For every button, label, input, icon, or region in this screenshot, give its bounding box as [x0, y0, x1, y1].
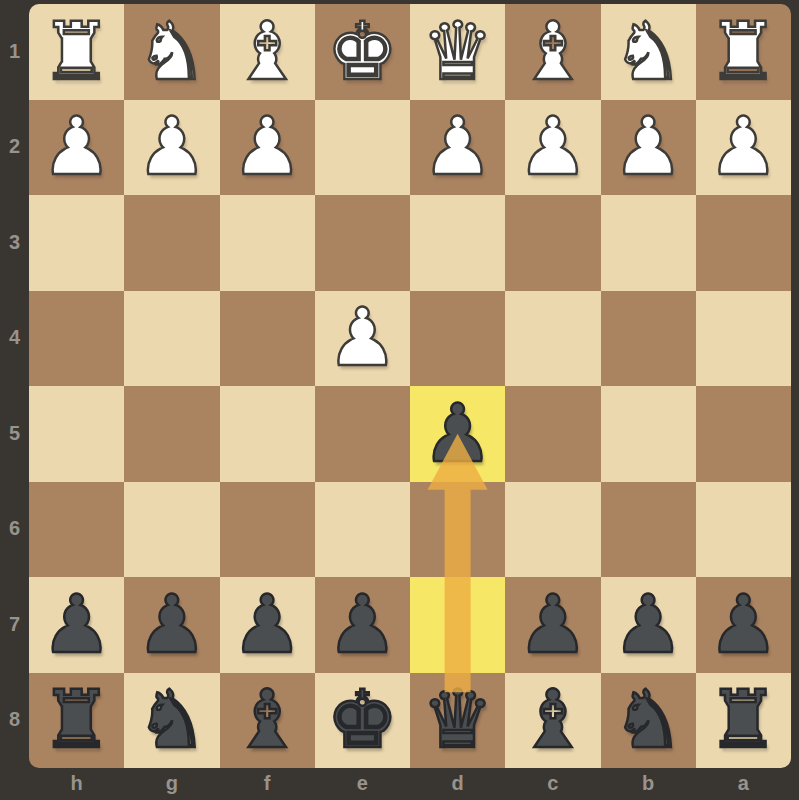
- square-d4[interactable]: [410, 291, 505, 387]
- square-d7[interactable]: [410, 577, 505, 673]
- square-h8[interactable]: ♜: [29, 673, 124, 769]
- rank-label-6: 6: [0, 517, 29, 540]
- square-c1[interactable]: ♝: [505, 4, 600, 100]
- rank-label-8: 8: [0, 708, 29, 731]
- square-g4[interactable]: [124, 291, 219, 387]
- square-g5[interactable]: [124, 386, 219, 482]
- square-b6[interactable]: [601, 482, 696, 578]
- square-a5[interactable]: [696, 386, 791, 482]
- square-h7[interactable]: ♟: [29, 577, 124, 673]
- square-b7[interactable]: ♟: [601, 577, 696, 673]
- white-rook[interactable]: ♜: [696, 4, 791, 100]
- square-g1[interactable]: ♞: [124, 4, 219, 100]
- white-pawn[interactable]: ♟: [410, 100, 505, 196]
- square-b3[interactable]: [601, 195, 696, 291]
- file-label-d: d: [438, 772, 478, 795]
- square-h3[interactable]: [29, 195, 124, 291]
- square-a8[interactable]: ♜: [696, 673, 791, 769]
- square-c6[interactable]: [505, 482, 600, 578]
- square-b1[interactable]: ♞: [601, 4, 696, 100]
- square-e1[interactable]: ♚: [315, 4, 410, 100]
- square-a4[interactable]: [696, 291, 791, 387]
- white-pawn[interactable]: ♟: [601, 100, 696, 196]
- square-h6[interactable]: [29, 482, 124, 578]
- square-e8[interactable]: ♚: [315, 673, 410, 769]
- square-d2[interactable]: ♟: [410, 100, 505, 196]
- square-h4[interactable]: [29, 291, 124, 387]
- square-g2[interactable]: ♟: [124, 100, 219, 196]
- square-f8[interactable]: ♝: [220, 673, 315, 769]
- black-pawn[interactable]: ♟: [124, 577, 219, 673]
- square-f6[interactable]: [220, 482, 315, 578]
- file-label-f: f: [247, 772, 287, 795]
- file-label-a: a: [723, 772, 763, 795]
- square-e4[interactable]: ♟: [315, 291, 410, 387]
- square-f7[interactable]: ♟: [220, 577, 315, 673]
- square-c3[interactable]: [505, 195, 600, 291]
- file-label-e: e: [342, 772, 382, 795]
- chess-board: ♜♞♝♚♛♝♞♜♟♟♟♟♟♟♟♟♟♟♟♟♟♟♟♟♜♞♝♚♛♝♞♜: [29, 4, 791, 768]
- white-knight[interactable]: ♞: [124, 4, 219, 100]
- white-pawn[interactable]: ♟: [29, 100, 124, 196]
- black-pawn[interactable]: ♟: [29, 577, 124, 673]
- file-label-g: g: [152, 772, 192, 795]
- square-d1[interactable]: ♛: [410, 4, 505, 100]
- rank-label-2: 2: [0, 135, 29, 158]
- white-king[interactable]: ♚: [315, 4, 410, 100]
- black-pawn[interactable]: ♟: [220, 577, 315, 673]
- square-e5[interactable]: [315, 386, 410, 482]
- black-rook[interactable]: ♜: [696, 673, 791, 769]
- black-bishop[interactable]: ♝: [220, 673, 315, 769]
- square-e7[interactable]: ♟: [315, 577, 410, 673]
- black-pawn[interactable]: ♟: [696, 577, 791, 673]
- white-pawn[interactable]: ♟: [505, 100, 600, 196]
- square-d8[interactable]: ♛: [410, 673, 505, 769]
- black-pawn[interactable]: ♟: [505, 577, 600, 673]
- square-a7[interactable]: ♟: [696, 577, 791, 673]
- white-pawn[interactable]: ♟: [220, 100, 315, 196]
- rank-label-7: 7: [0, 613, 29, 636]
- rank-label-4: 4: [0, 326, 29, 349]
- square-d6[interactable]: [410, 482, 505, 578]
- white-bishop[interactable]: ♝: [505, 4, 600, 100]
- black-knight[interactable]: ♞: [124, 673, 219, 769]
- black-bishop[interactable]: ♝: [505, 673, 600, 769]
- black-knight[interactable]: ♞: [601, 673, 696, 769]
- square-g7[interactable]: ♟: [124, 577, 219, 673]
- square-f2[interactable]: ♟: [220, 100, 315, 196]
- square-e6[interactable]: [315, 482, 410, 578]
- square-b2[interactable]: ♟: [601, 100, 696, 196]
- square-c2[interactable]: ♟: [505, 100, 600, 196]
- white-rook[interactable]: ♜: [29, 4, 124, 100]
- white-pawn[interactable]: ♟: [124, 100, 219, 196]
- square-h2[interactable]: ♟: [29, 100, 124, 196]
- white-pawn[interactable]: ♟: [696, 100, 791, 196]
- black-pawn[interactable]: ♟: [315, 577, 410, 673]
- square-a1[interactable]: ♜: [696, 4, 791, 100]
- square-f5[interactable]: [220, 386, 315, 482]
- square-a2[interactable]: ♟: [696, 100, 791, 196]
- square-d3[interactable]: [410, 195, 505, 291]
- square-c4[interactable]: [505, 291, 600, 387]
- square-g8[interactable]: ♞: [124, 673, 219, 769]
- square-e3[interactable]: [315, 195, 410, 291]
- square-h1[interactable]: ♜: [29, 4, 124, 100]
- chess-app-stage: ♜♞♝♚♛♝♞♜♟♟♟♟♟♟♟♟♟♟♟♟♟♟♟♟♜♞♝♚♛♝♞♜ 1234567…: [0, 0, 799, 800]
- square-b5[interactable]: [601, 386, 696, 482]
- rank-label-3: 3: [0, 231, 29, 254]
- square-c7[interactable]: ♟: [505, 577, 600, 673]
- white-queen[interactable]: ♛: [410, 4, 505, 100]
- square-b4[interactable]: [601, 291, 696, 387]
- white-pawn[interactable]: ♟: [315, 291, 410, 387]
- black-king[interactable]: ♚: [315, 673, 410, 769]
- black-pawn[interactable]: ♟: [601, 577, 696, 673]
- rank-label-5: 5: [0, 422, 29, 445]
- rank-label-1: 1: [0, 40, 29, 63]
- file-label-b: b: [628, 772, 668, 795]
- square-f3[interactable]: [220, 195, 315, 291]
- square-e2[interactable]: [315, 100, 410, 196]
- square-a6[interactable]: [696, 482, 791, 578]
- square-c8[interactable]: ♝: [505, 673, 600, 769]
- white-knight[interactable]: ♞: [601, 4, 696, 100]
- square-b8[interactable]: ♞: [601, 673, 696, 769]
- square-g6[interactable]: [124, 482, 219, 578]
- white-bishop[interactable]: ♝: [220, 4, 315, 100]
- file-label-c: c: [533, 772, 573, 795]
- square-f1[interactable]: ♝: [220, 4, 315, 100]
- square-a3[interactable]: [696, 195, 791, 291]
- file-label-h: h: [57, 772, 97, 795]
- black-pawn[interactable]: ♟: [410, 386, 505, 482]
- square-f4[interactable]: [220, 291, 315, 387]
- square-h5[interactable]: [29, 386, 124, 482]
- square-g3[interactable]: [124, 195, 219, 291]
- black-rook[interactable]: ♜: [29, 673, 124, 769]
- square-c5[interactable]: [505, 386, 600, 482]
- square-d5[interactable]: ♟: [410, 386, 505, 482]
- black-queen[interactable]: ♛: [410, 673, 505, 769]
